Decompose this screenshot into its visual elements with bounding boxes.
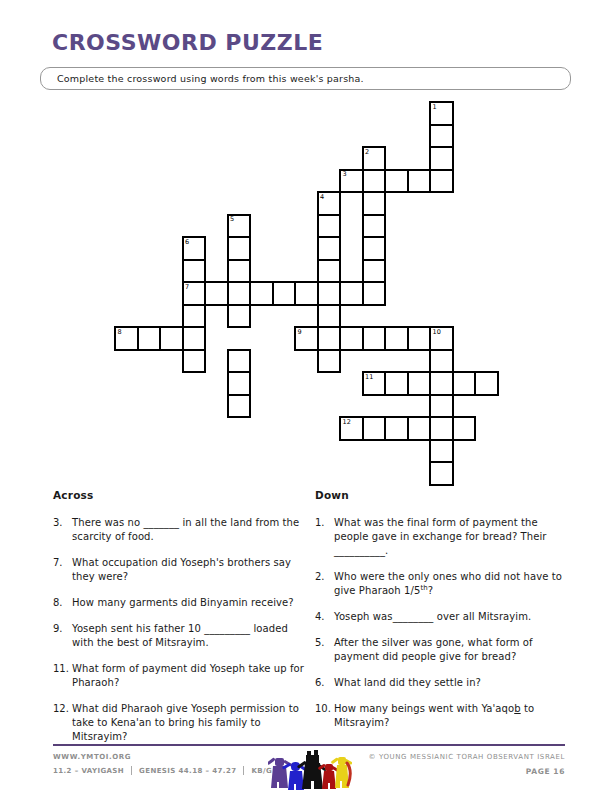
grid-cell-number: 4 [320, 194, 324, 201]
grid-cell[interactable]: 6 [182, 236, 207, 261]
clue-text: Yoseph was________ over all Mitsrayim. [334, 610, 568, 624]
clue-text: What form of payment did Yoseph take up … [72, 662, 306, 690]
grid-cell[interactable]: 7 [182, 281, 207, 306]
clue-number: 9. [53, 622, 72, 650]
clue-number: 2. [315, 570, 334, 598]
clue-number: 10. [315, 702, 334, 730]
grid-cell[interactable] [182, 326, 207, 351]
grid-cell[interactable] [407, 371, 432, 396]
clue-text: What occupation did Yoseph's brothers sa… [72, 556, 306, 584]
clue-item: 12.What did Pharaoh give Yoseph permissi… [53, 702, 306, 744]
instruction-banner: Complete the crossword using words from … [40, 67, 571, 90]
grid-cell[interactable]: 8 [114, 326, 139, 351]
clue-text: What land did they settle in? [334, 676, 568, 690]
grid-cell[interactable] [339, 326, 364, 351]
grid-cell-number: 12 [343, 419, 351, 426]
clue-number: 6. [315, 676, 334, 690]
footer-meta-item: 11.2 – VAYIGASH [53, 767, 124, 775]
clue-item: 5.After the silver was gone, what form o… [315, 636, 568, 664]
clue-text: What was the final form of payment the p… [334, 516, 568, 558]
grid-cell[interactable] [227, 236, 252, 261]
grid-cell[interactable]: 11 [362, 371, 387, 396]
grid-cell-number: 1 [433, 104, 437, 111]
clue-number: 8. [53, 596, 72, 610]
grid-cell[interactable] [429, 439, 454, 464]
grid-cell[interactable] [407, 169, 432, 194]
grid-cell[interactable] [429, 349, 454, 374]
grid-cell[interactable] [339, 281, 364, 306]
grid-cell[interactable] [159, 326, 184, 351]
grid-cell[interactable] [452, 416, 477, 441]
across-header: Across [53, 489, 306, 501]
grid-cell[interactable] [362, 169, 387, 194]
grid-cell-number: 8 [118, 329, 122, 336]
grid-cell[interactable] [317, 326, 342, 351]
grid-cell-number: 7 [185, 284, 189, 291]
grid-cell[interactable] [474, 371, 499, 396]
grid-cell[interactable] [227, 259, 252, 284]
grid-cell[interactable] [429, 394, 454, 419]
grid-cell-number: 11 [365, 374, 373, 381]
grid-cell[interactable] [362, 214, 387, 239]
grid-cell[interactable]: 12 [339, 416, 364, 441]
grid-cell[interactable] [317, 304, 342, 329]
grid-cell[interactable] [429, 461, 454, 486]
grid-cell[interactable] [384, 371, 409, 396]
clue-item: 7.What occupation did Yoseph's brothers … [53, 556, 306, 584]
grid-cell[interactable]: 2 [362, 146, 387, 171]
clue-item: 9.Yoseph sent his father 10 _________ lo… [53, 622, 306, 650]
grid-cell[interactable] [227, 304, 252, 329]
clue-text: How many garments did Binyamin receive? [72, 596, 306, 610]
grid-cell[interactable] [204, 281, 229, 306]
grid-cell[interactable] [317, 259, 342, 284]
grid-cell[interactable] [384, 326, 409, 351]
clue-item: 11.What form of payment did Yoseph take … [53, 662, 306, 690]
grid-cell-number: 5 [230, 216, 234, 223]
down-header: Down [315, 489, 568, 501]
grid-cell[interactable] [317, 214, 342, 239]
clue-item: 3.There was no _______ in all the land f… [53, 516, 306, 544]
instruction-text: Complete the crossword using words from … [41, 73, 364, 84]
footer-divider [53, 744, 565, 746]
grid-cell-number: 6 [185, 239, 189, 246]
grid-cell[interactable] [429, 169, 454, 194]
grid-cell[interactable] [384, 416, 409, 441]
grid-cell[interactable] [362, 416, 387, 441]
grid-cell[interactable] [272, 281, 297, 306]
grid-cell[interactable]: 10 [429, 326, 454, 351]
grid-cell[interactable] [227, 394, 252, 419]
clue-item: 8.How many garments did Binyamin receive… [53, 596, 306, 610]
footer-separator [131, 766, 132, 775]
grid-cell[interactable] [362, 326, 387, 351]
crossword-grid: 123456789101112 [114, 101, 499, 486]
clue-item: 2.Who were the only ones who did not hav… [315, 570, 568, 598]
footer-separator [243, 766, 244, 775]
ymtoi-logo-icon [268, 749, 352, 791]
clue-text: Yoseph sent his father 10 _________ load… [72, 622, 306, 650]
grid-cell[interactable] [362, 236, 387, 261]
grid-cell[interactable] [137, 326, 162, 351]
grid-cell[interactable] [182, 304, 207, 329]
grid-cell[interactable] [182, 349, 207, 374]
grid-cell[interactable] [384, 169, 409, 194]
grid-cell[interactable]: 9 [294, 326, 319, 351]
grid-cell[interactable] [429, 371, 454, 396]
down-section: Down 1.What was the final form of paymen… [315, 489, 568, 742]
grid-cell[interactable]: 3 [339, 169, 364, 194]
footer-page-number: PAGE 16 [369, 767, 566, 776]
clue-text: Who were the only ones who did not have … [334, 570, 568, 598]
grid-cell[interactable] [429, 416, 454, 441]
clue-number: 5. [315, 636, 334, 664]
down-clue-list: 1.What was the final form of payment the… [315, 516, 568, 730]
grid-cell[interactable] [362, 281, 387, 306]
page-title: CROSSWORD PUZZLE [52, 30, 323, 55]
clue-text: There was no _______ in all the land fro… [72, 516, 306, 544]
clue-item: 4.Yoseph was________ over all Mitsrayim. [315, 610, 568, 624]
grid-cell[interactable] [317, 349, 342, 374]
worksheet-page: CROSSWORD PUZZLE Complete the crossword … [0, 0, 612, 792]
clue-item: 1.What was the final form of payment the… [315, 516, 568, 558]
grid-cell[interactable] [227, 371, 252, 396]
grid-cell[interactable] [362, 259, 387, 284]
grid-cell[interactable] [452, 371, 477, 396]
grid-cell-number: 2 [365, 149, 369, 156]
grid-cell[interactable] [294, 281, 319, 306]
clue-number: 1. [315, 516, 334, 558]
clue-item: 10.How many beings went with Ya'aqob to … [315, 702, 568, 730]
grid-cell[interactable] [407, 326, 432, 351]
grid-cell[interactable] [317, 236, 342, 261]
clue-item: 6.What land did they settle in? [315, 676, 568, 690]
grid-cell-number: 9 [298, 329, 302, 336]
clue-text: After the silver was gone, what form of … [334, 636, 568, 664]
clue-text: What did Pharaoh give Yoseph permission … [72, 702, 306, 744]
grid-cell[interactable] [249, 281, 274, 306]
footer-website-text: WWW.YMTOI.ORG [53, 753, 272, 761]
across-section: Across 3.There was no _______ in all the… [53, 489, 306, 756]
clue-text: How many beings went with Ya'aqob to Mit… [334, 702, 568, 730]
grid-cell-number: 10 [433, 329, 441, 336]
grid-cell[interactable]: 1 [429, 101, 454, 126]
footer-meta-item: GENESIS 44.18 – 47.27 [139, 767, 236, 775]
across-clue-list: 3.There was no _______ in all the land f… [53, 516, 306, 744]
clue-number: 4. [315, 610, 334, 624]
grid-cell[interactable] [429, 146, 454, 171]
grid-cell[interactable] [227, 281, 252, 306]
grid-cell[interactable] [317, 281, 342, 306]
clue-number: 3. [53, 516, 72, 544]
footer-copyright: © YOUNG MESSIANIC TORAH OBSERVANT ISRAEL [369, 753, 566, 761]
grid-cell[interactable]: 4 [317, 191, 342, 216]
grid-cell[interactable] [362, 191, 387, 216]
grid-cell[interactable] [182, 259, 207, 284]
clue-number: 12. [53, 702, 72, 744]
clue-number: 11. [53, 662, 72, 690]
grid-cell[interactable] [429, 124, 454, 149]
grid-cell[interactable]: 5 [227, 214, 252, 239]
footer-right: © YOUNG MESSIANIC TORAH OBSERVANT ISRAEL… [369, 753, 566, 776]
grid-cell[interactable] [227, 349, 252, 374]
grid-cell[interactable] [407, 416, 432, 441]
footer-meta: 11.2 – VAYIGASHGENESIS 44.18 – 47.27KB/G [53, 766, 272, 775]
clue-number: 7. [53, 556, 72, 584]
grid-cell-number: 3 [343, 171, 347, 178]
footer-left: WWW.YMTOI.ORG 11.2 – VAYIGASHGENESIS 44.… [53, 753, 272, 775]
